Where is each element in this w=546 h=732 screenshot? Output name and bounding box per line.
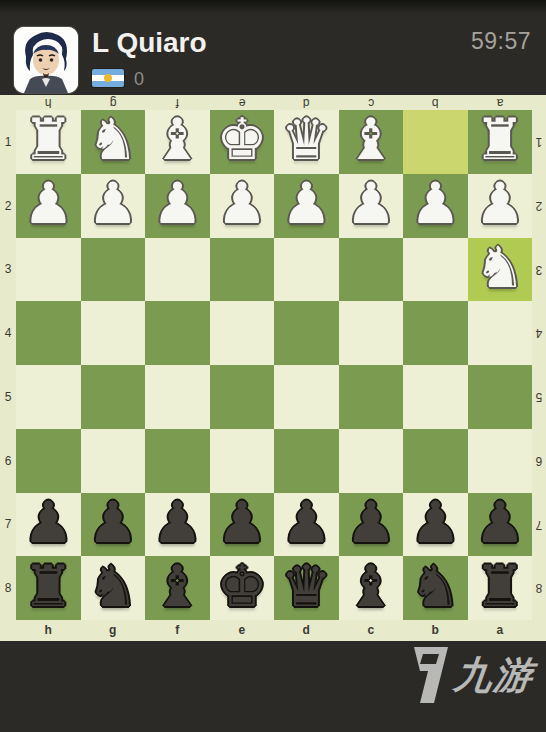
square-g3[interactable] <box>81 238 146 302</box>
square-b8[interactable]: ♞ <box>403 556 468 620</box>
white-pawn[interactable]: ♟ <box>152 175 203 232</box>
top-player-clock: 59:57 <box>471 28 531 55</box>
rank-label-2: 2 <box>0 174 16 238</box>
white-pawn[interactable]: ♟ <box>345 175 396 232</box>
avatar-man-icon <box>14 27 78 93</box>
square-c8[interactable]: ♝ <box>339 556 404 620</box>
rank-label-2: 2 <box>532 174 546 238</box>
square-e4[interactable] <box>210 301 275 365</box>
black-pawn[interactable]: ♟ <box>23 494 74 551</box>
file-label-g: g <box>81 620 146 641</box>
square-c2[interactable]: ♟ <box>339 174 404 238</box>
black-queen[interactable]: ♛ <box>281 558 332 615</box>
black-knight[interactable]: ♞ <box>410 558 461 615</box>
square-g4[interactable] <box>81 301 146 365</box>
square-f5[interactable] <box>145 365 210 429</box>
file-label-f: f <box>145 620 210 641</box>
chess-app-screen: L Quiaro 0 59:57 hgfedcba 12345678 12345… <box>0 0 546 732</box>
white-king[interactable]: ♚ <box>216 111 267 168</box>
black-bishop[interactable]: ♝ <box>152 558 203 615</box>
black-pawn[interactable]: ♟ <box>410 494 461 551</box>
file-label-h: h <box>16 620 81 641</box>
square-d4[interactable] <box>274 301 339 365</box>
black-bishop[interactable]: ♝ <box>345 558 396 615</box>
white-pawn[interactable]: ♟ <box>281 175 332 232</box>
rank-label-1: 1 <box>532 110 546 174</box>
square-b1[interactable] <box>403 110 468 174</box>
file-labels-bottom: hgfedcba <box>16 620 532 641</box>
square-b2[interactable]: ♟ <box>403 174 468 238</box>
chess-board: hgfedcba 12345678 12345678 hgfedcba ♜♞♝♚… <box>0 95 546 641</box>
square-g6[interactable] <box>81 429 146 493</box>
rank-label-7: 7 <box>532 493 546 557</box>
square-h7[interactable]: ♟ <box>16 493 81 557</box>
square-d6[interactable] <box>274 429 339 493</box>
rank-label-6: 6 <box>532 429 546 493</box>
square-a2[interactable]: ♟ <box>468 174 533 238</box>
white-pawn[interactable]: ♟ <box>474 175 525 232</box>
square-d3[interactable] <box>274 238 339 302</box>
board-grid: ♜♞♝♚♛♝♜♟♟♟♟♟♟♟♟♞♟♟♟♟♟♟♟♟♜♞♝♚♛♝♞♜ <box>16 110 532 620</box>
file-label-d: d <box>274 620 339 641</box>
top-player-name[interactable]: L Quiaro <box>92 27 207 59</box>
square-c6[interactable] <box>339 429 404 493</box>
square-h5[interactable] <box>16 365 81 429</box>
square-a6[interactable] <box>468 429 533 493</box>
rank-label-4: 4 <box>0 301 16 365</box>
rank-labels-left: 12345678 <box>0 110 16 620</box>
rank-label-5: 5 <box>0 365 16 429</box>
status-bar-shade <box>0 0 546 14</box>
black-pawn[interactable]: ♟ <box>345 494 396 551</box>
square-e6[interactable] <box>210 429 275 493</box>
square-a8[interactable]: ♜ <box>468 556 533 620</box>
file-label-c: c <box>339 620 404 641</box>
square-e3[interactable] <box>210 238 275 302</box>
white-pawn[interactable]: ♟ <box>410 175 461 232</box>
black-king[interactable]: ♚ <box>216 558 267 615</box>
square-g7[interactable]: ♟ <box>81 493 146 557</box>
square-a1[interactable]: ♜ <box>468 110 533 174</box>
square-d2[interactable]: ♟ <box>274 174 339 238</box>
black-rook[interactable]: ♜ <box>474 558 525 615</box>
square-c1[interactable]: ♝ <box>339 110 404 174</box>
argentina-flag-icon <box>92 69 124 87</box>
square-f3[interactable] <box>145 238 210 302</box>
square-h8[interactable]: ♜ <box>16 556 81 620</box>
square-f7[interactable]: ♟ <box>145 493 210 557</box>
rank-label-7: 7 <box>0 493 16 557</box>
square-b4[interactable] <box>403 301 468 365</box>
square-c5[interactable] <box>339 365 404 429</box>
white-queen[interactable]: ♛ <box>281 111 332 168</box>
square-f1[interactable]: ♝ <box>145 110 210 174</box>
rank-label-3: 3 <box>532 238 546 302</box>
white-pawn[interactable]: ♟ <box>87 175 138 232</box>
white-rook[interactable]: ♜ <box>23 111 74 168</box>
white-pawn[interactable]: ♟ <box>216 175 267 232</box>
square-h4[interactable] <box>16 301 81 365</box>
square-g2[interactable]: ♟ <box>81 174 146 238</box>
square-d1[interactable]: ♛ <box>274 110 339 174</box>
top-player-score: 0 <box>134 69 144 90</box>
white-bishop[interactable]: ♝ <box>345 111 396 168</box>
rank-label-8: 8 <box>0 556 16 620</box>
square-c4[interactable] <box>339 301 404 365</box>
square-e1[interactable]: ♚ <box>210 110 275 174</box>
black-pawn[interactable]: ♟ <box>216 494 267 551</box>
top-player-avatar[interactable] <box>14 27 78 93</box>
square-b7[interactable]: ♟ <box>403 493 468 557</box>
white-rook[interactable]: ♜ <box>474 111 525 168</box>
square-d5[interactable] <box>274 365 339 429</box>
square-f6[interactable] <box>145 429 210 493</box>
square-d7[interactable]: ♟ <box>274 493 339 557</box>
square-a3[interactable]: ♞ <box>468 238 533 302</box>
file-label-e: e <box>210 620 275 641</box>
square-f2[interactable]: ♟ <box>145 174 210 238</box>
rank-label-6: 6 <box>0 429 16 493</box>
square-a5[interactable] <box>468 365 533 429</box>
rank-label-1: 1 <box>0 110 16 174</box>
black-rook[interactable]: ♜ <box>23 558 74 615</box>
rank-label-5: 5 <box>532 365 546 429</box>
white-pawn[interactable]: ♟ <box>23 175 74 232</box>
file-label-a: a <box>468 620 533 641</box>
square-b5[interactable] <box>403 365 468 429</box>
black-pawn[interactable]: ♟ <box>474 494 525 551</box>
rank-label-8: 8 <box>532 556 546 620</box>
rank-label-3: 3 <box>0 238 16 302</box>
square-g5[interactable] <box>81 365 146 429</box>
square-f8[interactable]: ♝ <box>145 556 210 620</box>
square-b6[interactable] <box>403 429 468 493</box>
square-g1[interactable]: ♞ <box>81 110 146 174</box>
white-bishop[interactable]: ♝ <box>152 111 203 168</box>
square-e8[interactable]: ♚ <box>210 556 275 620</box>
white-knight[interactable]: ♞ <box>87 111 138 168</box>
square-g8[interactable]: ♞ <box>81 556 146 620</box>
black-pawn[interactable]: ♟ <box>281 494 332 551</box>
square-c7[interactable]: ♟ <box>339 493 404 557</box>
square-h6[interactable] <box>16 429 81 493</box>
square-e5[interactable] <box>210 365 275 429</box>
top-player-bar: L Quiaro 0 59:57 <box>0 0 546 95</box>
square-a7[interactable]: ♟ <box>468 493 533 557</box>
rank-label-4: 4 <box>532 301 546 365</box>
file-label-b: b <box>403 620 468 641</box>
black-pawn[interactable]: ♟ <box>87 494 138 551</box>
square-f4[interactable] <box>145 301 210 365</box>
square-c3[interactable] <box>339 238 404 302</box>
file-label-b: b <box>403 95 468 110</box>
square-e2[interactable]: ♟ <box>210 174 275 238</box>
square-d8[interactable]: ♛ <box>274 556 339 620</box>
rank-labels-right: 12345678 <box>532 110 546 620</box>
square-h2[interactable]: ♟ <box>16 174 81 238</box>
black-pawn[interactable]: ♟ <box>152 494 203 551</box>
square-b3[interactable] <box>403 238 468 302</box>
black-knight[interactable]: ♞ <box>87 558 138 615</box>
bottom-player-bar: Ph67655722 0 59:59 04:59 <box>0 641 546 732</box>
square-h3[interactable] <box>16 238 81 302</box>
square-h1[interactable]: ♜ <box>16 110 81 174</box>
white-knight[interactable]: ♞ <box>474 239 525 296</box>
square-a4[interactable] <box>468 301 533 365</box>
square-e7[interactable]: ♟ <box>210 493 275 557</box>
